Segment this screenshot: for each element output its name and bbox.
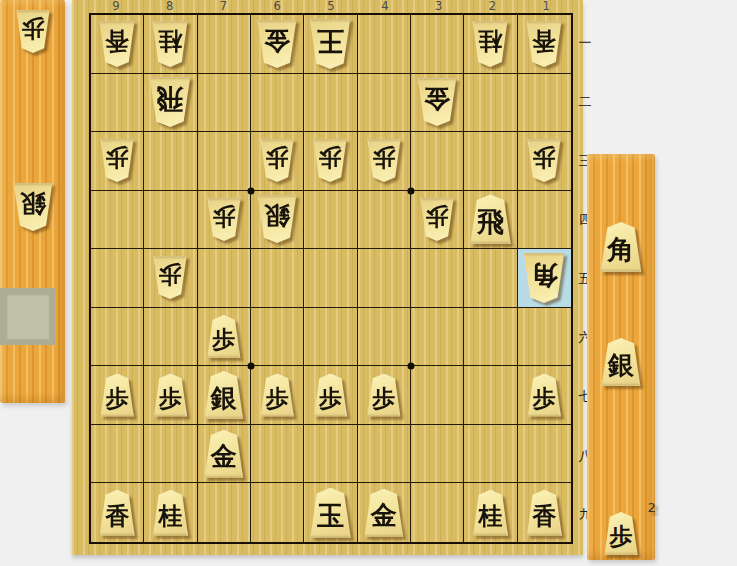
square-7-3[interactable]	[198, 132, 251, 191]
square-6-3[interactable]: 歩	[251, 132, 304, 191]
file-label-1: 1	[519, 0, 573, 13]
hand-sente-pawn[interactable]: 歩2	[599, 512, 643, 555]
piece-kanji: 歩	[259, 374, 295, 417]
square-8-4[interactable]	[144, 191, 197, 250]
file-label-9: 9	[89, 0, 143, 13]
piece-kanji: 歩	[259, 139, 295, 182]
rank-label-2: 二	[576, 72, 594, 131]
gote-pawn[interactable]: 歩	[419, 198, 455, 241]
square-3-2[interactable]: 金	[411, 74, 464, 133]
square-9-8[interactable]	[91, 425, 144, 484]
sente-hand-stand: 角銀歩2	[587, 154, 655, 560]
square-2-2[interactable]	[464, 74, 517, 133]
piece-kanji: 歩	[366, 374, 402, 417]
gote-gold[interactable]: 金	[256, 20, 298, 68]
square-3-8[interactable]	[411, 425, 464, 484]
gote-silver[interactable]: 銀	[256, 195, 298, 243]
sente-pawn[interactable]: 歩	[259, 374, 295, 417]
piece-kanji: 銀	[203, 371, 245, 419]
square-2-7[interactable]	[464, 366, 517, 425]
board-frame: 香桂金王桂香飛金歩歩歩歩歩歩銀歩飛歩角歩歩歩銀歩歩歩歩金香桂玉金桂香	[89, 13, 573, 544]
square-5-4[interactable]	[304, 191, 357, 250]
square-4-6[interactable]	[358, 308, 411, 367]
square-9-1[interactable]: 香	[91, 15, 144, 74]
piece-kanji: 歩	[419, 198, 455, 241]
file-labels: 987654321	[89, 0, 573, 13]
gote-knight[interactable]: 桂	[151, 21, 189, 67]
square-4-4[interactable]	[358, 191, 411, 250]
square-2-3[interactable]	[464, 132, 517, 191]
piece-kanji: 桂	[151, 490, 189, 536]
piece-kanji: 金	[256, 20, 298, 68]
piece-kanji: 歩	[206, 315, 242, 358]
gote-hand-stand: 歩銀	[0, 0, 65, 403]
shogi-app: 歩銀 987654321 香桂金王桂香飛金歩歩歩歩歩歩銀歩飛歩角歩歩歩銀歩歩歩歩…	[0, 0, 737, 566]
gote-lance[interactable]: 香	[98, 21, 136, 67]
square-6-7[interactable]: 歩	[251, 366, 304, 425]
square-7-4[interactable]: 歩	[198, 191, 251, 250]
square-6-8[interactable]	[251, 425, 304, 484]
square-4-1[interactable]	[358, 15, 411, 74]
square-2-5[interactable]	[464, 249, 517, 308]
square-7-2[interactable]	[198, 74, 251, 133]
piece-kanji: 飛	[468, 194, 512, 244]
square-4-2[interactable]	[358, 74, 411, 133]
gote-pawn[interactable]: 歩	[99, 139, 135, 182]
square-1-1[interactable]: 香	[518, 15, 571, 74]
piece-kanji: 歩	[152, 256, 188, 299]
gote-knight[interactable]: 桂	[471, 21, 509, 67]
sente-pawn[interactable]: 歩	[99, 374, 135, 417]
square-2-1[interactable]: 桂	[464, 15, 517, 74]
square-9-2[interactable]	[91, 74, 144, 133]
square-9-6[interactable]	[91, 308, 144, 367]
gote-pawn[interactable]: 歩	[152, 256, 188, 299]
piece-kanji: 歩	[15, 10, 51, 53]
sente-lance[interactable]: 香	[525, 490, 563, 536]
square-1-7[interactable]: 歩	[518, 366, 571, 425]
piece-kanji: 歩	[366, 139, 402, 182]
piece-kanji: 桂	[471, 21, 509, 67]
hand-gote-silver[interactable]: 銀	[11, 183, 55, 231]
piece-kanji: 桂	[151, 21, 189, 67]
square-6-5[interactable]	[251, 249, 304, 308]
piece-kanji: 桂	[471, 490, 509, 536]
square-7-5[interactable]	[198, 249, 251, 308]
gote-gold[interactable]: 金	[416, 78, 458, 126]
square-5-3[interactable]: 歩	[304, 132, 357, 191]
sente-knight[interactable]: 桂	[471, 490, 509, 536]
piece-kanji: 香	[98, 490, 136, 536]
star-point	[408, 363, 415, 370]
square-8-7[interactable]: 歩	[144, 366, 197, 425]
square-8-8[interactable]	[144, 425, 197, 484]
sente-lance[interactable]: 香	[98, 490, 136, 536]
board-grid: 香桂金王桂香飛金歩歩歩歩歩歩銀歩飛歩角歩歩歩銀歩歩歩歩金香桂玉金桂香	[91, 15, 571, 542]
star-point	[248, 187, 255, 194]
shogi-board: 987654321 香桂金王桂香飛金歩歩歩歩歩歩銀歩飛歩角歩歩歩銀歩歩歩歩金香桂…	[72, 0, 583, 555]
square-7-8[interactable]: 金	[198, 425, 251, 484]
square-2-9[interactable]: 桂	[464, 483, 517, 542]
piece-kanji: 銀	[600, 338, 642, 386]
square-4-3[interactable]: 歩	[358, 132, 411, 191]
square-3-4[interactable]: 歩	[411, 191, 464, 250]
square-7-7[interactable]: 銀	[198, 366, 251, 425]
rank-label-1: 一	[576, 13, 594, 72]
sente-king[interactable]: 玉	[308, 488, 352, 538]
sente-silver[interactable]: 銀	[203, 371, 245, 419]
file-label-7: 7	[197, 0, 251, 13]
square-9-9[interactable]: 香	[91, 483, 144, 542]
piece-kanji: 銀	[12, 183, 54, 231]
square-9-4[interactable]	[91, 191, 144, 250]
sente-pawn[interactable]: 歩	[206, 315, 242, 358]
piece-kanji: 角	[522, 253, 566, 303]
square-3-9[interactable]	[411, 483, 464, 542]
square-1-6[interactable]	[518, 308, 571, 367]
hand-sente-silver[interactable]: 銀	[599, 338, 643, 386]
square-4-7[interactable]: 歩	[358, 366, 411, 425]
square-6-6[interactable]	[251, 308, 304, 367]
gote-king[interactable]: 王	[308, 19, 352, 69]
square-6-4[interactable]: 銀	[251, 191, 304, 250]
file-label-8: 8	[143, 0, 197, 13]
sente-pawn[interactable]: 歩	[526, 374, 562, 417]
sente-pawn[interactable]: 歩	[366, 374, 402, 417]
gote-pawn[interactable]: 歩	[366, 139, 402, 182]
piece-kanji: 香	[525, 21, 563, 67]
square-4-8[interactable]	[358, 425, 411, 484]
square-5-6[interactable]	[304, 308, 357, 367]
star-point	[248, 363, 255, 370]
piece-kanji: 歩	[603, 512, 639, 555]
square-7-1[interactable]	[198, 15, 251, 74]
file-label-3: 3	[412, 0, 466, 13]
square-1-4[interactable]	[518, 191, 571, 250]
square-8-6[interactable]	[144, 308, 197, 367]
square-6-9[interactable]	[251, 483, 304, 542]
square-3-5[interactable]	[411, 249, 464, 308]
sente-rook[interactable]: 飛	[468, 194, 512, 244]
piece-kanji: 玉	[308, 488, 352, 538]
piece-kanji: 歩	[526, 139, 562, 182]
square-9-3[interactable]: 歩	[91, 132, 144, 191]
piece-kanji: 歩	[99, 374, 135, 417]
gote-rook[interactable]: 飛	[148, 77, 192, 127]
square-5-2[interactable]	[304, 74, 357, 133]
square-9-7[interactable]: 歩	[91, 366, 144, 425]
gote-bishop[interactable]: 角	[522, 253, 566, 303]
piece-kanji: 金	[203, 430, 245, 478]
file-label-4: 4	[358, 0, 412, 13]
star-point	[408, 187, 415, 194]
square-1-9[interactable]: 香	[518, 483, 571, 542]
sente-gold[interactable]: 金	[203, 430, 245, 478]
square-5-5[interactable]	[304, 249, 357, 308]
stand-slot-placeholder	[0, 288, 55, 345]
piece-kanji: 歩	[312, 139, 348, 182]
gote-pawn[interactable]: 歩	[206, 198, 242, 241]
square-6-2[interactable]	[251, 74, 304, 133]
gote-pawn[interactable]: 歩	[312, 139, 348, 182]
square-3-1[interactable]	[411, 15, 464, 74]
square-8-2[interactable]: 飛	[144, 74, 197, 133]
square-4-9[interactable]: 金	[358, 483, 411, 542]
gote-pawn[interactable]: 歩	[259, 139, 295, 182]
file-label-5: 5	[304, 0, 358, 13]
square-2-4[interactable]: 飛	[464, 191, 517, 250]
piece-kanji: 金	[363, 489, 405, 537]
file-label-2: 2	[465, 0, 519, 13]
hand-sente-bishop[interactable]: 角	[599, 222, 643, 272]
square-1-5[interactable]: 角	[518, 249, 571, 308]
piece-kanji: 香	[525, 490, 563, 536]
square-9-5[interactable]	[91, 249, 144, 308]
square-5-8[interactable]	[304, 425, 357, 484]
hand-piece-count: 2	[648, 500, 656, 515]
square-7-9[interactable]	[198, 483, 251, 542]
square-1-8[interactable]	[518, 425, 571, 484]
sente-pawn[interactable]: 歩	[152, 374, 188, 417]
square-8-9[interactable]: 桂	[144, 483, 197, 542]
piece-kanji: 飛	[148, 77, 192, 127]
square-1-3[interactable]: 歩	[518, 132, 571, 191]
piece-kanji: 歩	[312, 374, 348, 417]
square-1-2[interactable]	[518, 74, 571, 133]
square-4-5[interactable]	[358, 249, 411, 308]
gote-pawn[interactable]: 歩	[526, 139, 562, 182]
piece-kanji: 銀	[256, 195, 298, 243]
square-5-1[interactable]: 王	[304, 15, 357, 74]
piece-kanji: 歩	[526, 374, 562, 417]
piece-kanji: 角	[599, 222, 643, 272]
square-3-3[interactable]	[411, 132, 464, 191]
piece-kanji: 歩	[206, 198, 242, 241]
gote-lance[interactable]: 香	[525, 21, 563, 67]
square-3-6[interactable]	[411, 308, 464, 367]
square-8-5[interactable]: 歩	[144, 249, 197, 308]
piece-kanji: 歩	[152, 374, 188, 417]
square-7-6[interactable]: 歩	[198, 308, 251, 367]
piece-kanji: 歩	[99, 139, 135, 182]
square-8-3[interactable]	[144, 132, 197, 191]
square-5-9[interactable]: 玉	[304, 483, 357, 542]
piece-kanji: 金	[416, 78, 458, 126]
sente-knight[interactable]: 桂	[151, 490, 189, 536]
square-5-7[interactable]: 歩	[304, 366, 357, 425]
file-label-6: 6	[250, 0, 304, 13]
piece-kanji: 王	[308, 19, 352, 69]
piece-kanji: 香	[98, 21, 136, 67]
square-6-1[interactable]: 金	[251, 15, 304, 74]
sente-gold[interactable]: 金	[363, 489, 405, 537]
square-8-1[interactable]: 桂	[144, 15, 197, 74]
square-3-7[interactable]	[411, 366, 464, 425]
sente-pawn[interactable]: 歩	[312, 374, 348, 417]
square-2-8[interactable]	[464, 425, 517, 484]
square-2-6[interactable]	[464, 308, 517, 367]
hand-gote-pawn[interactable]: 歩	[11, 10, 55, 53]
